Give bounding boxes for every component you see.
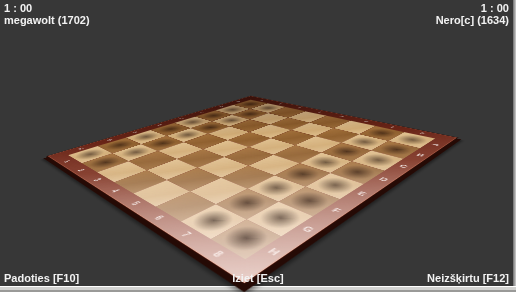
board-scene: 1122334455667788AABBCCDDEEFFGGHH♜♞♝♛♚♝♞♜… [0, 0, 516, 292]
file-label-h: H [245, 236, 300, 270]
red-player-info: 1 : 00 Nero[c] (1634) [436, 2, 509, 26]
chess-board[interactable]: 1122334455667788AABBCCDDEEFFGGHH♜♞♝♛♚♝♞♜… [46, 96, 458, 285]
white-player-name: megawolt (1702) [4, 14, 90, 26]
red-clock: 1 : 00 [436, 2, 509, 14]
white-player-info: 1 : 00 megawolt (1702) [4, 2, 90, 26]
piece-glyph: ♟ [74, 141, 137, 164]
white-clock: 1 : 00 [4, 2, 90, 14]
red-player-name: Nero[c] (1634) [436, 14, 509, 26]
chess-app-window: 1122334455667788AABBCCDDEEFFGGHH♜♞♝♛♚♝♞♜… [0, 0, 516, 292]
piece-glyph: ♜ [199, 200, 292, 240]
draw-button[interactable]: Neizšķirtu [F12] [427, 272, 509, 284]
